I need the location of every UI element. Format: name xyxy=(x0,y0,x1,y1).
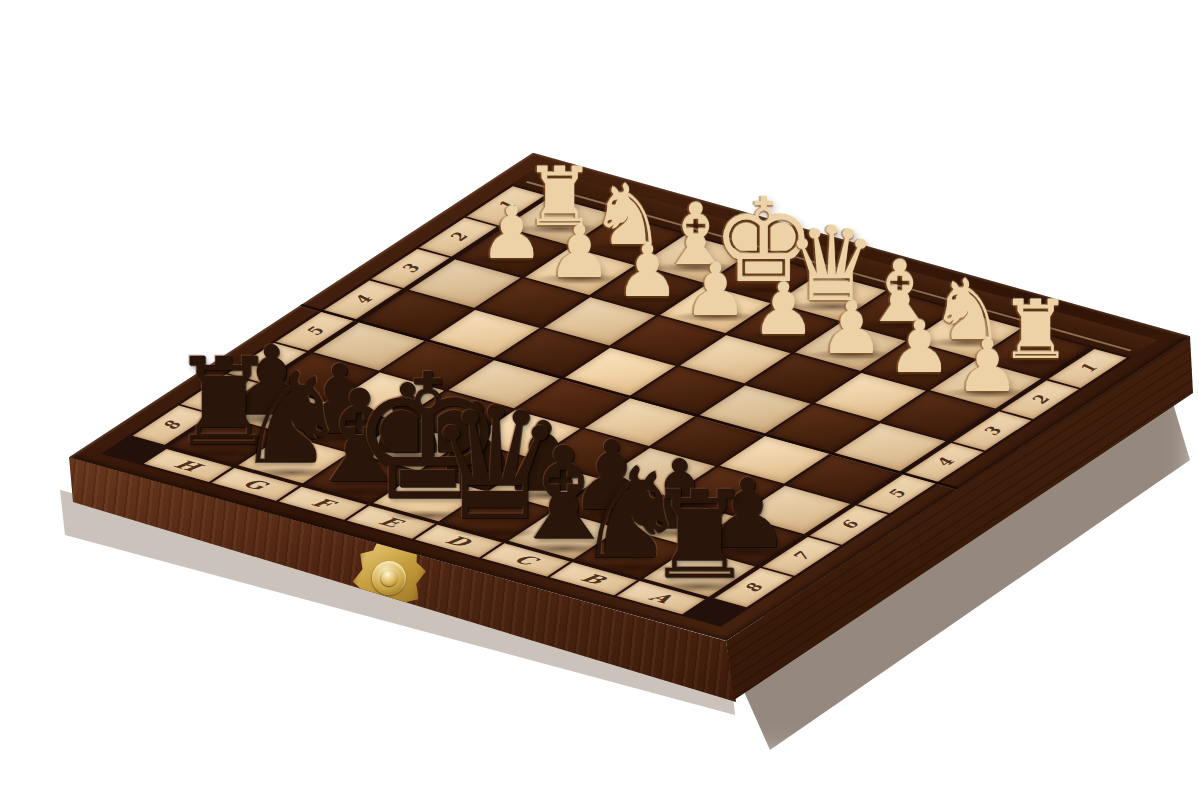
piece-black-rook-a8: ♜ xyxy=(600,475,800,596)
pieces-layer: ♜♞♝♛♚♝♞♜♟♟♟♟♟♟♟♟♟♟♟♟♟♟♟♟♜♞♝♛♚♝♞♜ xyxy=(0,0,1199,799)
product-photo-scene: 12345678 12345678 HGFEDCBA ♜♞♝♛♚♝♞♜♟♟♟♟♟… xyxy=(0,0,1199,799)
piece-white-pawn-a2: ♟ xyxy=(888,330,1088,402)
